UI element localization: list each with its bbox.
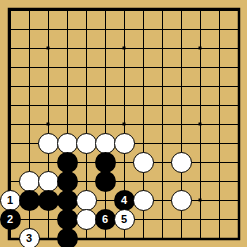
board-cell <box>1 20 20 39</box>
board-cell <box>96 58 115 77</box>
board-cell <box>191 191 210 210</box>
board-cell <box>77 191 96 210</box>
board-cell <box>134 153 153 172</box>
board-cell <box>191 39 210 58</box>
board-cell <box>134 134 153 153</box>
board-cell <box>58 58 77 77</box>
white-stone <box>95 133 116 154</box>
board-cell: 4 <box>115 191 134 210</box>
board-cell <box>20 172 39 191</box>
board-cell <box>210 77 229 96</box>
board-cell <box>115 134 134 153</box>
board-cell <box>210 58 229 77</box>
board-cell <box>1 134 20 153</box>
board-cell <box>153 229 172 247</box>
board-cell <box>210 229 229 247</box>
move-number: 6 <box>102 213 108 224</box>
board-cell <box>210 134 229 153</box>
board-cell <box>210 20 229 39</box>
white-stone: 5 <box>114 209 135 230</box>
board-cell <box>210 39 229 58</box>
board-cell <box>229 96 248 115</box>
board-cell <box>172 20 191 39</box>
board-cell <box>210 172 229 191</box>
board-cell <box>134 210 153 229</box>
board-cell <box>229 229 248 247</box>
board-cell <box>1 96 20 115</box>
board-cell <box>77 1 96 20</box>
board-cell <box>77 210 96 229</box>
board-cell <box>20 210 39 229</box>
board-cell <box>115 1 134 20</box>
board-cell <box>96 96 115 115</box>
board-cell <box>115 58 134 77</box>
white-stone <box>38 171 59 192</box>
white-stone <box>19 171 40 192</box>
board-cell <box>134 20 153 39</box>
board-cell <box>134 96 153 115</box>
board-cell <box>39 229 58 247</box>
black-stone: 2 <box>0 209 21 230</box>
board-cell <box>39 115 58 134</box>
board-cell <box>210 115 229 134</box>
board-cell <box>39 20 58 39</box>
board-cell <box>229 39 248 58</box>
board-cell <box>229 191 248 210</box>
board-cell <box>229 172 248 191</box>
board-cell <box>77 77 96 96</box>
board-cell <box>115 20 134 39</box>
board-cell <box>115 229 134 247</box>
board-cell <box>134 1 153 20</box>
board-cell <box>191 172 210 191</box>
board-cell <box>77 58 96 77</box>
board-cell <box>191 134 210 153</box>
black-stone <box>57 190 78 211</box>
board-cell: 3 <box>20 229 39 247</box>
board-cell <box>58 229 77 247</box>
board-cell <box>77 229 96 247</box>
board-cell <box>96 39 115 58</box>
board-cell <box>39 134 58 153</box>
move-number: 3 <box>26 232 32 243</box>
board-cell <box>39 96 58 115</box>
board-cell <box>134 39 153 58</box>
board-cell <box>20 39 39 58</box>
board-cell <box>153 153 172 172</box>
board-cell <box>39 191 58 210</box>
board-cell <box>191 77 210 96</box>
board-cell <box>172 153 191 172</box>
white-stone <box>76 209 97 230</box>
board-cell <box>20 134 39 153</box>
board-cell <box>77 172 96 191</box>
board-cell <box>229 20 248 39</box>
board-cell <box>134 229 153 247</box>
board-cell <box>20 191 39 210</box>
board-cell <box>77 39 96 58</box>
board-cell <box>153 191 172 210</box>
board-cell <box>210 96 229 115</box>
move-number: 2 <box>7 213 13 224</box>
board-cell <box>1 229 20 247</box>
board-cell <box>153 210 172 229</box>
board-cell <box>229 58 248 77</box>
board-cell <box>229 115 248 134</box>
board-cell <box>58 39 77 58</box>
board-cell <box>58 153 77 172</box>
board-cell <box>77 96 96 115</box>
board-cell <box>210 191 229 210</box>
board-cell <box>96 134 115 153</box>
board-cell <box>115 153 134 172</box>
board-cell <box>1 153 20 172</box>
board-cell <box>153 1 172 20</box>
board-cell <box>191 229 210 247</box>
board-cell <box>96 229 115 247</box>
board-cell <box>58 191 77 210</box>
board-cell <box>39 58 58 77</box>
board-cell <box>1 115 20 134</box>
board-cell <box>20 77 39 96</box>
board-cell <box>115 172 134 191</box>
board-cell <box>172 58 191 77</box>
board-cell <box>1 1 20 20</box>
black-stone <box>19 190 40 211</box>
board-cell <box>191 210 210 229</box>
board-cell <box>172 115 191 134</box>
board-cell <box>20 96 39 115</box>
board-cell <box>77 134 96 153</box>
board-cell <box>96 115 115 134</box>
board-cell <box>115 96 134 115</box>
white-stone: 3 <box>19 228 40 247</box>
board-cell <box>172 191 191 210</box>
board-cell <box>96 77 115 96</box>
white-stone <box>57 133 78 154</box>
white-stone <box>171 152 192 173</box>
board-cell <box>96 20 115 39</box>
board-cell: 5 <box>115 210 134 229</box>
board-cell <box>58 77 77 96</box>
board-cell <box>172 39 191 58</box>
board-cell <box>20 20 39 39</box>
board-cell <box>20 58 39 77</box>
black-stone <box>57 152 78 173</box>
board-cell: 1 <box>1 191 20 210</box>
black-stone: 6 <box>95 209 116 230</box>
board-cell <box>210 210 229 229</box>
board-cell <box>229 210 248 229</box>
board-cell <box>77 20 96 39</box>
go-diagram: 142653 <box>0 0 247 247</box>
white-stone <box>38 133 59 154</box>
board-cell <box>134 191 153 210</box>
board-cell <box>229 1 248 20</box>
board-cell: 6 <box>96 210 115 229</box>
board-cell <box>58 20 77 39</box>
board-cell <box>1 77 20 96</box>
board-cell <box>134 58 153 77</box>
board-cell <box>191 20 210 39</box>
board-cell <box>172 77 191 96</box>
white-stone <box>76 190 97 211</box>
board-cell <box>229 153 248 172</box>
board-cell <box>96 1 115 20</box>
board-cell <box>172 210 191 229</box>
board-cell <box>191 153 210 172</box>
board-cell <box>58 96 77 115</box>
black-stone: 4 <box>114 190 135 211</box>
move-number: 5 <box>121 213 127 224</box>
black-stone <box>38 190 59 211</box>
board-cell <box>210 1 229 20</box>
board-cell <box>172 134 191 153</box>
board-cell <box>115 115 134 134</box>
board-cell <box>134 77 153 96</box>
board-cell <box>153 20 172 39</box>
board-cell <box>229 134 248 153</box>
move-number: 1 <box>7 194 13 205</box>
black-stone <box>95 171 116 192</box>
board-cell <box>39 153 58 172</box>
board-cell <box>153 96 172 115</box>
board-cell <box>172 1 191 20</box>
board-cell <box>39 77 58 96</box>
board-cell <box>96 153 115 172</box>
board-cell <box>1 58 20 77</box>
board-cell <box>153 77 172 96</box>
board-cell <box>172 229 191 247</box>
black-stone <box>95 152 116 173</box>
board-cell <box>96 172 115 191</box>
board-cell <box>153 172 172 191</box>
black-stone <box>57 171 78 192</box>
board-cell <box>172 96 191 115</box>
black-stone <box>57 228 78 247</box>
board-cell <box>77 115 96 134</box>
board-cell <box>191 115 210 134</box>
board-cell <box>39 1 58 20</box>
move-number: 4 <box>121 194 127 205</box>
board-cell <box>58 1 77 20</box>
board-cell <box>58 115 77 134</box>
board-cell <box>20 1 39 20</box>
white-stone <box>171 190 192 211</box>
board-cell <box>172 172 191 191</box>
board-cell <box>77 153 96 172</box>
board-cell <box>153 134 172 153</box>
board-cell <box>191 96 210 115</box>
board-cell <box>39 39 58 58</box>
white-stone <box>76 133 97 154</box>
board-cell <box>115 39 134 58</box>
board-cell <box>20 153 39 172</box>
board-cell <box>229 77 248 96</box>
board-cell <box>1 172 20 191</box>
board-cell <box>58 172 77 191</box>
board-stones-grid: 142653 <box>1 1 248 247</box>
board-cell <box>1 39 20 58</box>
board-cell <box>39 172 58 191</box>
board-cell <box>39 210 58 229</box>
board-cell <box>153 115 172 134</box>
board-cell <box>210 153 229 172</box>
white-stone <box>133 152 154 173</box>
board-cell <box>58 210 77 229</box>
board-cell <box>134 172 153 191</box>
white-stone: 1 <box>0 190 21 211</box>
black-stone <box>57 209 78 230</box>
board-cell <box>58 134 77 153</box>
white-stone <box>133 190 154 211</box>
white-stone <box>114 133 135 154</box>
board-cell <box>96 191 115 210</box>
board-cell <box>153 58 172 77</box>
board-cell <box>115 77 134 96</box>
board-cell <box>153 39 172 58</box>
board-cell: 2 <box>1 210 20 229</box>
board-cell <box>20 115 39 134</box>
board-cell <box>191 58 210 77</box>
board-cell <box>191 1 210 20</box>
board-cell <box>134 115 153 134</box>
